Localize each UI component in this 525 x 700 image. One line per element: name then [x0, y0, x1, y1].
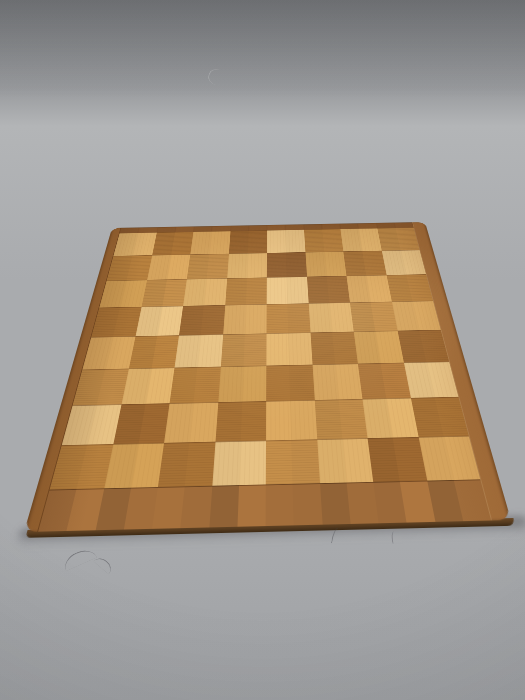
- square-e1: [266, 440, 293, 485]
- checkerboard: [24, 222, 511, 532]
- dust-hair: [93, 555, 114, 575]
- square-d5: [245, 304, 267, 334]
- wall-scratch-mark: [206, 67, 233, 89]
- square-e8: [285, 230, 305, 253]
- square-d6: [225, 278, 247, 305]
- square-d8: [248, 230, 267, 253]
- square-c4: [197, 334, 222, 367]
- square-f4: [310, 332, 335, 365]
- square-e7: [286, 252, 307, 277]
- square-d6: [246, 277, 267, 304]
- square-d8: [229, 231, 249, 254]
- square-e4: [266, 333, 289, 366]
- square-e5: [287, 303, 310, 333]
- square-d2: [241, 401, 267, 441]
- square-d3: [242, 366, 266, 402]
- square-f6: [307, 276, 329, 303]
- square-e6: [267, 277, 288, 304]
- square-f8: [304, 229, 325, 252]
- square-c3: [170, 367, 198, 403]
- square-c6: [183, 279, 207, 306]
- board-frame-bottom: [209, 485, 239, 527]
- board-frame-bottom: [293, 483, 322, 525]
- square-c8: [209, 231, 230, 254]
- square-d7: [247, 253, 267, 278]
- square-c5: [201, 305, 225, 335]
- square-e6: [287, 277, 309, 304]
- square-c1: [185, 442, 215, 487]
- square-e5: [266, 304, 288, 334]
- dust-hair: [61, 546, 97, 572]
- square-c5: [179, 305, 204, 335]
- square-c8: [190, 231, 212, 254]
- board-frame-bottom: [152, 486, 185, 528]
- square-c4: [175, 335, 201, 368]
- square-e2: [266, 401, 291, 441]
- square-f7: [305, 252, 326, 277]
- board-frame-bottom: [320, 483, 351, 525]
- square-c2: [190, 402, 218, 442]
- square-c6: [204, 278, 227, 305]
- square-e8: [267, 230, 286, 253]
- square-e1: [291, 439, 319, 484]
- square-f1: [317, 439, 347, 483]
- square-e2: [290, 400, 317, 440]
- square-c3: [194, 367, 221, 403]
- square-e3: [266, 365, 290, 401]
- square-d1: [212, 441, 241, 486]
- square-c2: [164, 403, 194, 443]
- square-f2: [314, 399, 342, 439]
- board-frame-bottom: [266, 484, 294, 526]
- board-frame-bottom: [181, 486, 212, 528]
- square-f3: [312, 364, 338, 400]
- square-c7: [187, 254, 210, 279]
- photo-scene: [0, 0, 525, 700]
- square-c1: [158, 442, 190, 487]
- square-d4: [243, 333, 266, 366]
- board-face: [24, 222, 511, 532]
- square-f5: [308, 303, 332, 333]
- square-d2: [215, 402, 242, 442]
- square-d3: [218, 366, 244, 402]
- square-d4: [220, 334, 244, 367]
- square-d1: [239, 440, 266, 485]
- square-e3: [289, 365, 314, 401]
- square-d5: [223, 305, 246, 335]
- square-e4: [288, 332, 312, 365]
- square-c7: [207, 254, 229, 279]
- board-frame-bottom: [237, 484, 266, 526]
- square-d7: [227, 253, 248, 278]
- square-e7: [267, 253, 287, 278]
